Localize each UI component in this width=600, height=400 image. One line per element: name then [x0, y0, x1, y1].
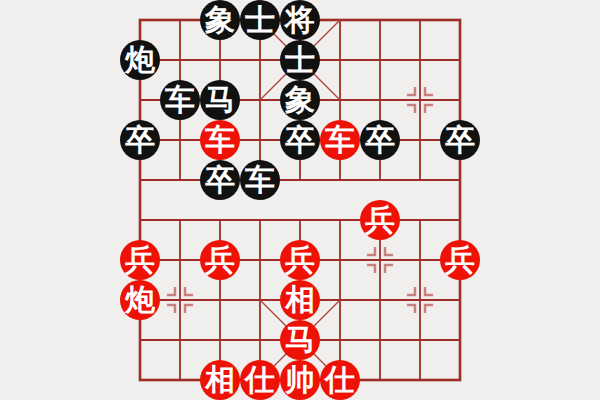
piece-black-elephant[interactable]: 象	[280, 80, 320, 120]
piece-red-soldier[interactable]: 兵	[120, 240, 160, 280]
piece-red-elephant[interactable]: 相	[200, 360, 240, 400]
piece-black-soldier[interactable]: 卒	[440, 120, 480, 160]
piece-red-soldier[interactable]: 兵	[440, 240, 480, 280]
piece-black-advisor[interactable]: 士	[280, 40, 320, 80]
piece-black-cannon[interactable]: 炮	[120, 40, 160, 80]
piece-black-advisor[interactable]: 士	[240, 0, 280, 40]
piece-red-advisor[interactable]: 仕	[320, 360, 360, 400]
piece-red-soldier[interactable]: 兵	[280, 240, 320, 280]
piece-black-soldier[interactable]: 卒	[120, 120, 160, 160]
piece-black-soldier[interactable]: 卒	[360, 120, 400, 160]
piece-red-advisor[interactable]: 仕	[240, 360, 280, 400]
piece-red-chariot[interactable]: 车	[200, 120, 240, 160]
piece-black-horse[interactable]: 马	[200, 80, 240, 120]
piece-black-soldier[interactable]: 卒	[280, 120, 320, 160]
piece-black-elephant[interactable]: 象	[200, 0, 240, 40]
piece-red-general[interactable]: 帅	[280, 360, 320, 400]
piece-red-horse[interactable]: 马	[280, 320, 320, 360]
piece-black-chariot[interactable]: 车	[240, 160, 280, 200]
piece-red-elephant[interactable]: 相	[280, 280, 320, 320]
piece-black-general[interactable]: 将	[280, 0, 320, 40]
piece-red-soldier[interactable]: 兵	[200, 240, 240, 280]
piece-black-chariot[interactable]: 车	[160, 80, 200, 120]
piece-red-cannon[interactable]: 炮	[120, 280, 160, 320]
piece-black-soldier[interactable]: 卒	[200, 160, 240, 200]
piece-red-chariot[interactable]: 车	[320, 120, 360, 160]
xiangqi-board: 象士将炮士车马象卒车卒车卒卒卒车兵兵兵兵兵炮相马相仕帅仕	[0, 0, 600, 400]
piece-red-soldier[interactable]: 兵	[360, 200, 400, 240]
pieces-layer: 象士将炮士车马象卒车卒车卒卒卒车兵兵兵兵兵炮相马相仕帅仕	[120, 0, 480, 400]
